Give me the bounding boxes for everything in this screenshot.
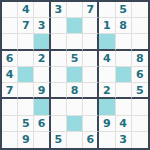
- sudoku-board: 4375731862548467982556949563: [0, 0, 150, 150]
- sudoku-cell-r2c1[interactable]: [2, 18, 18, 34]
- sudoku-cell-r8c5[interactable]: [67, 116, 83, 132]
- sudoku-cell-r1c2[interactable]: 4: [18, 2, 34, 18]
- sudoku-cell-r9c8[interactable]: 3: [116, 132, 132, 148]
- sudoku-cell-r9c9[interactable]: [132, 132, 148, 148]
- sudoku-cell-r1c6[interactable]: 7: [83, 2, 99, 18]
- sudoku-cell-r8c1[interactable]: [2, 116, 18, 132]
- sudoku-cell-r3c3[interactable]: [34, 34, 50, 50]
- sudoku-cell-r1c4[interactable]: 3: [51, 2, 67, 18]
- sudoku-cell-r9c3[interactable]: [34, 132, 50, 148]
- sudoku-cell-r8c8[interactable]: 4: [116, 116, 132, 132]
- sudoku-cell-r9c5[interactable]: [67, 132, 83, 148]
- sudoku-cell-r4c5[interactable]: 5: [67, 51, 83, 67]
- sudoku-cell-r6c9[interactable]: 5: [132, 83, 148, 99]
- sudoku-cell-r9c7[interactable]: [99, 132, 115, 148]
- sudoku-cell-r8c2[interactable]: 5: [18, 116, 34, 132]
- sudoku-cell-r6c1[interactable]: 7: [2, 83, 18, 99]
- sudoku-cell-r1c3[interactable]: [34, 2, 50, 18]
- sudoku-cell-r6c3[interactable]: 9: [34, 83, 50, 99]
- sudoku-cell-r7c8[interactable]: [116, 99, 132, 115]
- sudoku-cell-r1c7[interactable]: [99, 2, 115, 18]
- sudoku-cell-r2c8[interactable]: 8: [116, 18, 132, 34]
- sudoku-cell-r5c4[interactable]: [51, 67, 67, 83]
- sudoku-cell-r7c2[interactable]: [18, 99, 34, 115]
- sudoku-cell-r3c8[interactable]: [116, 34, 132, 50]
- sudoku-cell-r5c5[interactable]: [67, 67, 83, 83]
- sudoku-cell-r3c5[interactable]: [67, 34, 83, 50]
- sudoku-cell-r2c6[interactable]: [83, 18, 99, 34]
- sudoku-cell-r3c1[interactable]: [2, 34, 18, 50]
- sudoku-cell-r1c9[interactable]: [132, 2, 148, 18]
- sudoku-cell-r7c1[interactable]: [2, 99, 18, 115]
- sudoku-cell-r1c1[interactable]: [2, 2, 18, 18]
- sudoku-cell-r5c1[interactable]: 4: [2, 67, 18, 83]
- sudoku-cell-r7c7[interactable]: [99, 99, 115, 115]
- sudoku-cell-r3c2[interactable]: [18, 34, 34, 50]
- sudoku-cell-r7c3[interactable]: [34, 99, 50, 115]
- sudoku-cell-r8c9[interactable]: [132, 116, 148, 132]
- sudoku-cell-r4c9[interactable]: 8: [132, 51, 148, 67]
- sudoku-cell-r2c7[interactable]: 1: [99, 18, 115, 34]
- sudoku-cell-r9c6[interactable]: 6: [83, 132, 99, 148]
- sudoku-cell-r3c7[interactable]: [99, 34, 115, 50]
- sudoku-cell-r4c2[interactable]: [18, 51, 34, 67]
- sudoku-cell-r1c8[interactable]: 5: [116, 2, 132, 18]
- sudoku-cell-r2c9[interactable]: [132, 18, 148, 34]
- sudoku-cell-r5c9[interactable]: 6: [132, 67, 148, 83]
- sudoku-cell-r6c5[interactable]: 8: [67, 83, 83, 99]
- sudoku-cell-r5c8[interactable]: [116, 67, 132, 83]
- sudoku-cell-r2c4[interactable]: [51, 18, 67, 34]
- sudoku-cell-r3c4[interactable]: [51, 34, 67, 50]
- sudoku-cell-r7c6[interactable]: [83, 99, 99, 115]
- sudoku-cell-r4c3[interactable]: 2: [34, 51, 50, 67]
- sudoku-cell-r6c2[interactable]: [18, 83, 34, 99]
- sudoku-cell-r5c7[interactable]: [99, 67, 115, 83]
- sudoku-cell-r6c4[interactable]: [51, 83, 67, 99]
- sudoku-cell-r5c2[interactable]: [18, 67, 34, 83]
- sudoku-cell-r2c2[interactable]: 7: [18, 18, 34, 34]
- sudoku-cell-r3c6[interactable]: [83, 34, 99, 50]
- sudoku-cell-r4c4[interactable]: [51, 51, 67, 67]
- sudoku-cell-r9c1[interactable]: [2, 132, 18, 148]
- sudoku-cell-r8c4[interactable]: [51, 116, 67, 132]
- sudoku-cell-r4c1[interactable]: 6: [2, 51, 18, 67]
- sudoku-cell-r4c7[interactable]: 4: [99, 51, 115, 67]
- sudoku-cell-r7c5[interactable]: [67, 99, 83, 115]
- sudoku-cell-r8c6[interactable]: [83, 116, 99, 132]
- sudoku-cell-r3c9[interactable]: [132, 34, 148, 50]
- sudoku-cell-r8c7[interactable]: 9: [99, 116, 115, 132]
- sudoku-cell-r5c6[interactable]: [83, 67, 99, 83]
- sudoku-cell-r2c3[interactable]: 3: [34, 18, 50, 34]
- sudoku-cell-r6c7[interactable]: 2: [99, 83, 115, 99]
- sudoku-cell-r7c9[interactable]: [132, 99, 148, 115]
- sudoku-cell-r6c8[interactable]: [116, 83, 132, 99]
- sudoku-cell-r9c2[interactable]: 9: [18, 132, 34, 148]
- sudoku-cell-r8c3[interactable]: 6: [34, 116, 50, 132]
- sudoku-cell-r2c5[interactable]: [67, 18, 83, 34]
- sudoku-cell-r7c4[interactable]: [51, 99, 67, 115]
- sudoku-cell-r4c8[interactable]: [116, 51, 132, 67]
- sudoku-cell-r1c5[interactable]: [67, 2, 83, 18]
- sudoku-cell-r9c4[interactable]: 5: [51, 132, 67, 148]
- sudoku-cell-r6c6[interactable]: [83, 83, 99, 99]
- sudoku-cell-r5c3[interactable]: [34, 67, 50, 83]
- sudoku-cell-r4c6[interactable]: [83, 51, 99, 67]
